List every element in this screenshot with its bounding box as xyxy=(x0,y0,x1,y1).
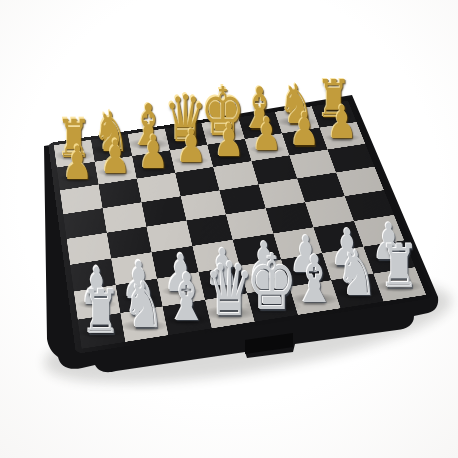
piece-silver-bishop[interactable]: ♝ xyxy=(293,246,336,311)
piece-gold-pawn[interactable]: ♟ xyxy=(138,128,169,174)
piece-silver-rook[interactable]: ♜ xyxy=(379,238,419,298)
piece-gold-pawn[interactable]: ♟ xyxy=(100,134,131,180)
piece-gold-pawn[interactable]: ♟ xyxy=(251,111,282,157)
piece-silver-knight[interactable]: ♞ xyxy=(336,242,378,305)
piece-silver-knight[interactable]: ♞ xyxy=(123,275,165,338)
piece-silver-king[interactable]: ♚ xyxy=(247,244,298,321)
piece-gold-pawn[interactable]: ♟ xyxy=(327,100,357,146)
piece-gold-pawn[interactable]: ♟ xyxy=(214,117,245,163)
chess-set-photo: ♜♞♝♛♚♝♞♜♟♟♟♟♟♟♟♟♟♟♟♟♟♟♟♟♜♞♝♛♚♝♞♜ xyxy=(0,0,458,458)
piece-gold-pawn[interactable]: ♟ xyxy=(289,106,319,152)
piece-silver-bishop[interactable]: ♝ xyxy=(165,266,209,332)
piece-silver-rook[interactable]: ♜ xyxy=(81,283,121,344)
piece-gold-pawn[interactable]: ♟ xyxy=(62,140,93,186)
piece-gold-pawn[interactable]: ♟ xyxy=(176,123,207,169)
